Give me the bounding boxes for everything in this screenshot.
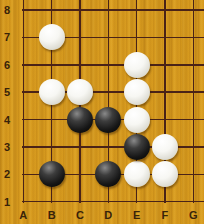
stone-white-b7[interactable]	[39, 24, 65, 50]
stone-white-e5[interactable]	[124, 79, 150, 105]
stone-white-e4[interactable]	[124, 107, 150, 133]
stone-black-d4[interactable]	[95, 107, 121, 133]
stone-white-f3[interactable]	[152, 134, 178, 160]
stones-layer	[9, 0, 204, 215]
stone-white-c5[interactable]	[67, 79, 93, 105]
stone-black-b2[interactable]	[39, 161, 65, 187]
stone-white-e6[interactable]	[124, 52, 150, 78]
stone-white-b5[interactable]	[39, 79, 65, 105]
stone-black-d2[interactable]	[95, 161, 121, 187]
go-board[interactable]: 87654321 ABCDEFG	[0, 0, 204, 224]
stone-white-e2[interactable]	[124, 161, 150, 187]
stone-black-e3[interactable]	[124, 134, 150, 160]
stone-black-c4[interactable]	[67, 107, 93, 133]
stone-white-f2[interactable]	[152, 161, 178, 187]
